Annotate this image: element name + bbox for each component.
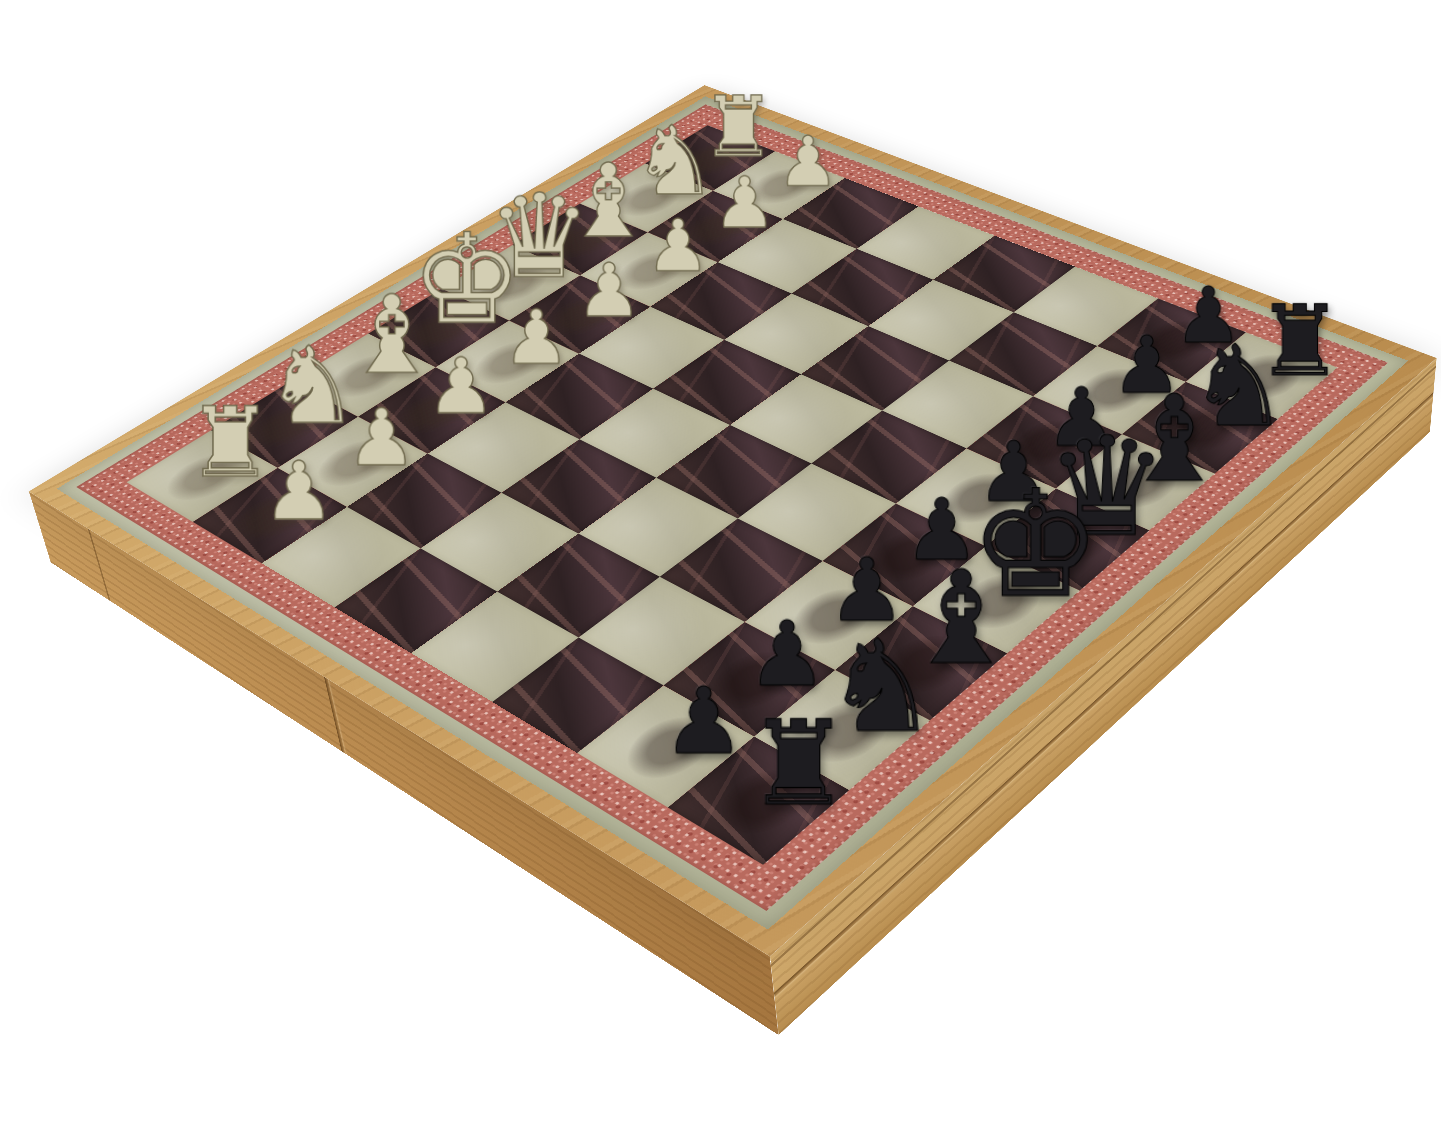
- square-f4: [501, 439, 656, 533]
- piece-white-pawn-h2: ♟: [263, 451, 335, 532]
- piece-white-pawn-g2: ♟: [347, 398, 418, 477]
- piece-white-pawn-f2: ♟: [427, 348, 496, 425]
- piece-black-rook-h8: ♜: [747, 706, 851, 822]
- chess-board-3d: ♜♞♝♚♛♝♞♜♟♟♟♟♟♟♟♟♟♟♟♟♟♟♟♟♜♞♝♚♛♝♞♜: [29, 85, 1437, 956]
- chess-grid: ♜♞♝♚♛♝♞♜♟♟♟♟♟♟♟♟♟♟♟♟♟♟♟♟♜♞♝♚♛♝♞♜: [127, 125, 1338, 865]
- piece-black-pawn-g7: ♟: [747, 609, 827, 698]
- product-photo: ♜♞♝♚♛♝♞♜♟♟♟♟♟♟♟♟♟♟♟♟♟♟♟♟♜♞♝♚♛♝♞♜: [0, 0, 1441, 1137]
- piece-white-rook-h1: ♜: [187, 395, 274, 492]
- wooden-board-top: ♜♞♝♚♛♝♞♜♟♟♟♟♟♟♟♟♟♟♟♟♟♟♟♟♜♞♝♚♛♝♞♜: [29, 85, 1437, 956]
- scene: ♜♞♝♚♛♝♞♜♟♟♟♟♟♟♟♟♟♟♟♟♟♟♟♟♜♞♝♚♛♝♞♜: [230, 0, 1230, 925]
- piece-black-pawn-h7: ♟: [662, 675, 744, 767]
- piece-white-pawn-d2: ♟: [576, 254, 642, 327]
- piece-white-pawn-c2: ♟: [646, 210, 710, 282]
- piece-white-pawn-e2: ♟: [503, 300, 570, 375]
- piece-white-pawn-b2: ♟: [713, 168, 776, 238]
- stone-inlay-slab: ♜♞♝♚♛♝♞♜♟♟♟♟♟♟♟♟♟♟♟♟♟♟♟♟♜♞♝♚♛♝♞♜: [57, 96, 1408, 929]
- piece-white-pawn-a2: ♟: [778, 127, 840, 196]
